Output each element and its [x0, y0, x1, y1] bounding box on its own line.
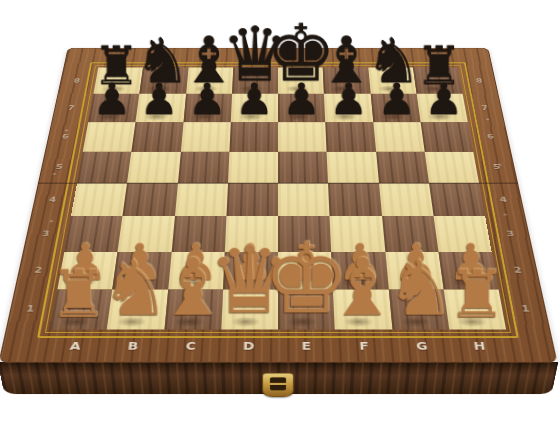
black-pawn[interactable]: ♟ [140, 77, 179, 120]
square-f6[interactable] [325, 122, 375, 152]
rank-label-5: 5 [493, 164, 501, 171]
rank-label-7: 7 [67, 105, 75, 111]
photo-canvas: ♜♞♝♛♚♝♞♜♟♟♟♟♟♟♟♟♟♟♟♟♟♟♟♟♜♞♝♛♚♝♞♜ ABCDEFG… [0, 0, 560, 433]
rank-label-7: 7 [481, 105, 489, 111]
rank-label-4: 4 [48, 196, 57, 203]
square-g6[interactable] [373, 122, 425, 152]
file-label-a: A [69, 340, 83, 352]
rank-label-4: 4 [499, 196, 508, 203]
file-label-g: G [416, 340, 430, 352]
square-b7[interactable]: ♟ [136, 94, 186, 122]
rank-label-2: 2 [34, 266, 43, 274]
square-c5[interactable] [178, 152, 230, 183]
square-e4[interactable] [278, 183, 330, 216]
square-g5[interactable] [376, 152, 429, 183]
square-b6[interactable] [132, 122, 184, 152]
square-a6[interactable] [83, 122, 136, 152]
board-front-edge [0, 362, 559, 394]
square-a4[interactable] [71, 183, 127, 216]
black-pawn[interactable]: ♟ [93, 77, 132, 120]
file-label-f: F [359, 340, 370, 352]
file-label-h: H [473, 340, 488, 352]
file-labels-bottom: ABCDEFGH [45, 335, 511, 357]
square-d4[interactable] [226, 183, 278, 216]
square-h1[interactable]: ♜ [443, 289, 506, 329]
black-pawn[interactable]: ♟ [377, 77, 416, 120]
rank-label-5: 5 [55, 164, 63, 171]
file-label-c: C [185, 340, 197, 352]
board-frame: ♜♞♝♛♚♝♞♜♟♟♟♟♟♟♟♟♟♟♟♟♟♟♟♟♜♞♝♛♚♝♞♜ ABCDEFG… [0, 48, 558, 363]
square-e6[interactable] [278, 122, 327, 152]
rank-label-1: 1 [521, 305, 531, 314]
square-c4[interactable] [174, 183, 227, 216]
square-a7[interactable]: ♟ [88, 94, 139, 122]
rank-label-3: 3 [506, 230, 515, 238]
black-pawn[interactable]: ♟ [424, 77, 463, 120]
square-g4[interactable] [379, 183, 434, 216]
white-rook[interactable]: ♜ [49, 261, 108, 327]
square-h4[interactable] [429, 183, 485, 216]
rank-label-3: 3 [41, 230, 50, 238]
square-c6[interactable] [180, 122, 230, 152]
square-h5[interactable] [424, 152, 479, 183]
square-e5[interactable] [278, 152, 328, 183]
square-f7[interactable]: ♟ [324, 94, 373, 122]
square-c7[interactable]: ♟ [183, 94, 232, 122]
square-h7[interactable]: ♟ [416, 94, 467, 122]
square-f5[interactable] [327, 152, 379, 183]
board-grid: ♜♞♝♛♚♝♞♜♟♟♟♟♟♟♟♟♟♟♟♟♟♟♟♟♜♞♝♛♚♝♞♜ [50, 67, 506, 329]
rank-label-6: 6 [487, 133, 495, 139]
square-e7[interactable]: ♟ [278, 94, 325, 122]
white-knight[interactable]: ♞ [386, 250, 455, 327]
file-label-b: B [127, 340, 140, 352]
square-g1[interactable]: ♞ [388, 289, 449, 329]
chess-board: ♜♞♝♛♚♝♞♜♟♟♟♟♟♟♟♟♟♟♟♟♟♟♟♟♜♞♝♛♚♝♞♜ ABCDEFG… [0, 48, 558, 363]
square-f1[interactable]: ♝ [333, 289, 392, 329]
rank-label-2: 2 [513, 266, 522, 274]
square-b5[interactable] [127, 152, 180, 183]
black-pawn[interactable]: ♟ [235, 77, 274, 120]
white-rook[interactable]: ♜ [448, 261, 507, 327]
rank-label-8: 8 [73, 78, 80, 84]
file-label-d: D [243, 340, 256, 352]
black-pawn[interactable]: ♟ [282, 77, 321, 120]
brass-clasp [262, 373, 294, 397]
square-d5[interactable] [228, 152, 278, 183]
rank-label-1: 1 [26, 305, 36, 314]
rank-label-8: 8 [475, 78, 482, 84]
square-h6[interactable] [420, 122, 473, 152]
square-d7[interactable]: ♟ [231, 94, 278, 122]
rank-label-6: 6 [61, 133, 69, 139]
square-d6[interactable] [229, 122, 278, 152]
square-b4[interactable] [123, 183, 178, 216]
file-label-e: E [301, 340, 312, 352]
square-g7[interactable]: ♟ [370, 94, 420, 122]
square-f4[interactable] [328, 183, 381, 216]
square-a5[interactable] [77, 152, 132, 183]
black-pawn[interactable]: ♟ [330, 77, 369, 120]
black-pawn[interactable]: ♟ [188, 77, 227, 120]
